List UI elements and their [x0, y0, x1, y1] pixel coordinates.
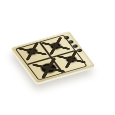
burner-bottom-right: [65, 55, 78, 63]
burner-top-left: [26, 47, 39, 55]
product-photo-gas-hob: [0, 0, 115, 115]
burner-bottom-left: [38, 62, 58, 74]
gas-hob: [11, 31, 95, 83]
burner-top-right: [49, 42, 62, 50]
